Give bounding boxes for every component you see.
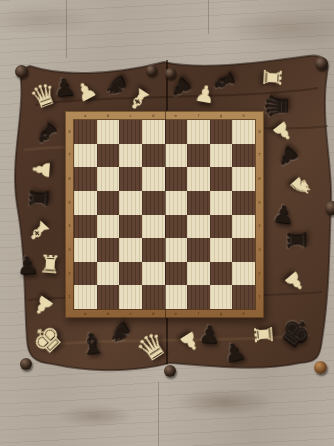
white-rook-standing[interactable]: ♜ <box>38 251 62 278</box>
wooden-knob <box>165 68 176 79</box>
white-pawn-lying[interactable]: ♟ <box>268 116 298 147</box>
wooden-knob <box>325 201 334 215</box>
wooden-knob <box>20 358 32 370</box>
white-knight-lying[interactable]: ♞ <box>284 170 317 204</box>
scattered-pieces: ♛♟♟♞♝♟♟♝♜♛♟♟♞♟♜♟♚♝♟♜♝♟♜♟♚♝♞♛♟♟♟♜ <box>0 0 334 446</box>
black-bishop-lying[interactable]: ♝ <box>207 66 241 98</box>
white-bishop-lying[interactable]: ♝ <box>22 214 57 249</box>
white-rook-lying[interactable]: ♜ <box>259 66 285 90</box>
black-bishop-lying[interactable]: ♝ <box>30 117 65 152</box>
chess-set-photo: aabbccddeeffgghh8877665544332211 ♛♟♟♞♝♟♟… <box>0 0 334 446</box>
white-king-lying[interactable]: ♚ <box>24 316 70 362</box>
black-pawn-standing[interactable]: ♟ <box>271 202 295 228</box>
white-pawn-lying[interactable]: ♟ <box>280 266 311 297</box>
white-pawn-lying[interactable]: ♟ <box>30 159 54 181</box>
black-pawn-standing[interactable]: ♟ <box>15 253 39 279</box>
wooden-knob <box>314 361 327 374</box>
black-pawn-standing[interactable]: ♟ <box>221 338 248 366</box>
black-queen-lying[interactable]: ♛ <box>262 93 292 120</box>
black-king-lying[interactable]: ♚ <box>274 309 319 354</box>
black-rook-lying[interactable]: ♜ <box>284 229 310 252</box>
black-rook-lying[interactable]: ♜ <box>26 187 52 210</box>
wooden-knob <box>164 365 176 377</box>
white-rook-lying[interactable]: ♜ <box>251 322 278 346</box>
black-knight-lying[interactable]: ♞ <box>103 317 136 350</box>
black-pawn-standing[interactable]: ♟ <box>198 322 221 347</box>
white-pawn-leaning[interactable]: ♟ <box>71 77 100 107</box>
wooden-knob <box>15 65 28 78</box>
wooden-knob <box>315 57 328 70</box>
wooden-knob <box>146 65 157 76</box>
white-queen-leaning[interactable]: ♛ <box>131 325 174 369</box>
